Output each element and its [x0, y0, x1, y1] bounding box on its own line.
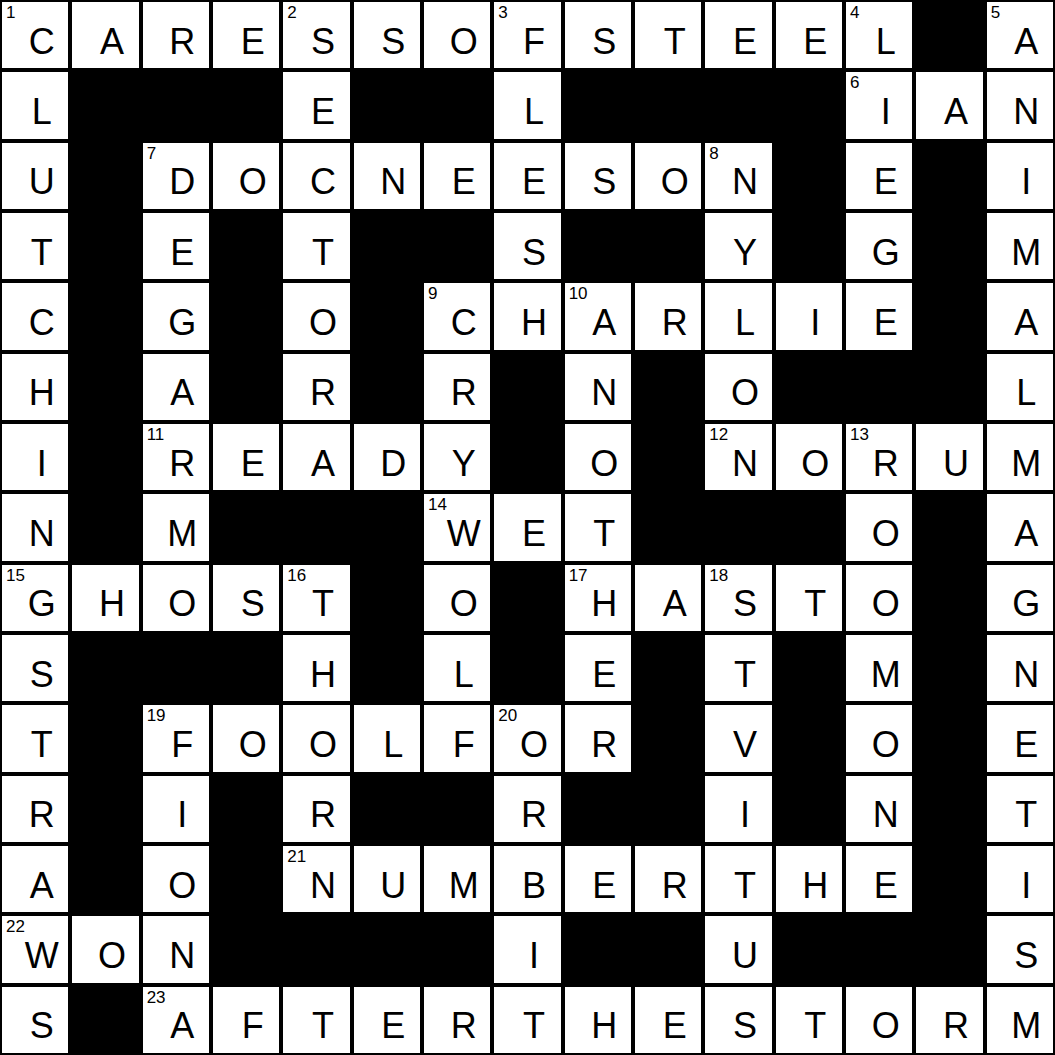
cell-letter: S: [283, 2, 349, 68]
cell-letter: U: [354, 846, 420, 912]
block-cell-r8c11: [703, 492, 773, 562]
cell-letter: E: [143, 213, 209, 279]
block-cell-r6c13: [844, 352, 914, 422]
cell-r1c15[interactable]: 5A: [985, 0, 1055, 70]
block-cell-r8c5: [281, 492, 351, 562]
cell-r11c4[interactable]: O: [211, 703, 281, 773]
cell-letter: H: [565, 565, 631, 631]
cell-r15c15[interactable]: M: [985, 985, 1055, 1055]
cell-letter: T: [635, 2, 701, 68]
block-cell-r14c13: [844, 914, 914, 984]
block-cell-r2c6: [352, 70, 422, 140]
cell-letter: N: [987, 635, 1053, 701]
block-cell-r2c12: [774, 70, 844, 140]
block-cell-r12c12: [774, 774, 844, 844]
cell-r14c8[interactable]: I: [492, 914, 562, 984]
cell-letter: I: [846, 72, 912, 138]
cell-r3c5[interactable]: C: [281, 141, 351, 211]
cell-r10c15[interactable]: N: [985, 633, 1055, 703]
cell-r7c1[interactable]: I: [0, 422, 70, 492]
cell-r5c10[interactable]: R: [633, 281, 703, 351]
block-cell-r7c10: [633, 422, 703, 492]
cell-r12c5[interactable]: R: [281, 774, 351, 844]
cell-r14c15[interactable]: S: [985, 914, 1055, 984]
cell-r8c13[interactable]: O: [844, 492, 914, 562]
block-cell-r11c14: [914, 703, 984, 773]
block-cell-r5c6: [352, 281, 422, 351]
cell-r1c9[interactable]: S: [563, 0, 633, 70]
cell-letter: S: [213, 565, 279, 631]
cell-letter: H: [494, 283, 560, 349]
cell-letter: M: [424, 846, 490, 912]
block-cell-r8c14: [914, 492, 984, 562]
cell-r4c5[interactable]: T: [281, 211, 351, 281]
cell-r8c7[interactable]: 14W: [422, 492, 492, 562]
cell-r5c1[interactable]: C: [0, 281, 70, 351]
cell-r1c12[interactable]: E: [774, 0, 844, 70]
block-cell-r4c9: [563, 211, 633, 281]
cell-r9c11[interactable]: 18S: [703, 563, 773, 633]
cell-r6c11[interactable]: O: [703, 352, 773, 422]
cell-r1c11[interactable]: E: [703, 0, 773, 70]
cell-r9c9[interactable]: 17H: [563, 563, 633, 633]
cell-letter: F: [424, 705, 490, 771]
cell-r15c1[interactable]: S: [0, 985, 70, 1055]
cell-r9c15[interactable]: G: [985, 563, 1055, 633]
cell-letter: A: [635, 565, 701, 631]
cell-letter: R: [143, 424, 209, 490]
cell-letter: T: [776, 565, 842, 631]
block-cell-r14c6: [352, 914, 422, 984]
cell-letter: F: [143, 705, 209, 771]
cell-letter: E: [846, 283, 912, 349]
cell-r14c11[interactable]: U: [703, 914, 773, 984]
cell-letter: E: [635, 987, 701, 1053]
cell-r11c3[interactable]: 19F: [141, 703, 211, 773]
cell-r15c7[interactable]: R: [422, 985, 492, 1055]
cell-letter: O: [846, 987, 912, 1053]
cell-letter: E: [354, 987, 420, 1053]
cell-r9c12[interactable]: T: [774, 563, 844, 633]
cell-r3c1[interactable]: U: [0, 141, 70, 211]
cell-r1c7[interactable]: O: [422, 0, 492, 70]
cell-r15c13[interactable]: O: [844, 985, 914, 1055]
cell-r9c3[interactable]: O: [141, 563, 211, 633]
block-cell-r10c14: [914, 633, 984, 703]
cell-letter: Y: [705, 213, 771, 279]
cell-letter: A: [565, 283, 631, 349]
block-cell-r11c12: [774, 703, 844, 773]
cell-r12c15[interactable]: T: [985, 774, 1055, 844]
cell-letter: M: [143, 494, 209, 560]
cell-letter: S: [2, 635, 68, 701]
cell-r13c8[interactable]: B: [492, 844, 562, 914]
cell-r8c3[interactable]: M: [141, 492, 211, 562]
cell-r5c3[interactable]: G: [141, 281, 211, 351]
cell-r1c13[interactable]: 4L: [844, 0, 914, 70]
block-cell-r14c10: [633, 914, 703, 984]
cell-r7c6[interactable]: D: [352, 422, 422, 492]
cell-r11c15[interactable]: E: [985, 703, 1055, 773]
block-cell-r13c14: [914, 844, 984, 914]
cell-r10c9[interactable]: E: [563, 633, 633, 703]
cell-letter: G: [143, 283, 209, 349]
block-cell-r7c8: [492, 422, 562, 492]
block-cell-r2c4: [211, 70, 281, 140]
cell-r15c11[interactable]: S: [703, 985, 773, 1055]
cell-r5c12[interactable]: I: [774, 281, 844, 351]
cell-r12c8[interactable]: R: [492, 774, 562, 844]
cell-r9c5[interactable]: 16T: [281, 563, 351, 633]
cell-r1c1[interactable]: 1C: [0, 0, 70, 70]
cell-r7c13[interactable]: 13R: [844, 422, 914, 492]
cell-r8c8[interactable]: E: [492, 492, 562, 562]
cell-r11c8[interactable]: 20O: [492, 703, 562, 773]
cell-r9c2[interactable]: H: [70, 563, 140, 633]
block-cell-r6c14: [914, 352, 984, 422]
cell-r15c10[interactable]: E: [633, 985, 703, 1055]
block-cell-r12c6: [352, 774, 422, 844]
cell-r15c12[interactable]: T: [774, 985, 844, 1055]
crossword-grid: 1CARE2SSO3FSTEE4L5ALEL6IANU7DOCNEESO8NEI…: [0, 0, 1055, 1055]
cell-r12c3[interactable]: I: [141, 774, 211, 844]
cell-r15c9[interactable]: H: [563, 985, 633, 1055]
cell-r2c14[interactable]: A: [914, 70, 984, 140]
cell-r3c8[interactable]: E: [492, 141, 562, 211]
cell-r15c4[interactable]: F: [211, 985, 281, 1055]
cell-letter: E: [424, 143, 490, 209]
cell-letter: C: [283, 143, 349, 209]
cell-r14c1[interactable]: 22W: [0, 914, 70, 984]
block-cell-r14c14: [914, 914, 984, 984]
cell-letter: A: [916, 72, 982, 138]
cell-r11c13[interactable]: O: [844, 703, 914, 773]
cell-letter: C: [424, 283, 490, 349]
cell-letter: S: [565, 143, 631, 209]
block-cell-r2c3: [141, 70, 211, 140]
block-cell-r4c10: [633, 211, 703, 281]
block-cell-r3c14: [914, 141, 984, 211]
cell-letter: U: [916, 424, 982, 490]
cell-r5c13[interactable]: E: [844, 281, 914, 351]
cell-r11c7[interactable]: F: [422, 703, 492, 773]
cell-r4c8[interactable]: S: [492, 211, 562, 281]
cell-r5c11[interactable]: L: [703, 281, 773, 351]
cell-letter: O: [635, 143, 701, 209]
block-cell-r2c11: [703, 70, 773, 140]
cell-r13c6[interactable]: U: [352, 844, 422, 914]
cell-letter: L: [705, 283, 771, 349]
cell-r9c10[interactable]: A: [633, 563, 703, 633]
cell-letter: R: [283, 354, 349, 420]
cell-letter: A: [2, 846, 68, 912]
cell-r6c1[interactable]: H: [0, 352, 70, 422]
cell-r13c13[interactable]: E: [844, 844, 914, 914]
cell-r13c3[interactable]: O: [141, 844, 211, 914]
cell-r7c3[interactable]: 11R: [141, 422, 211, 492]
block-cell-r3c12: [774, 141, 844, 211]
cell-letter: R: [635, 283, 701, 349]
cell-letter: E: [283, 72, 349, 138]
cell-r10c7[interactable]: L: [422, 633, 492, 703]
cell-r13c10[interactable]: R: [633, 844, 703, 914]
cell-letter: E: [494, 143, 560, 209]
cell-letter: E: [494, 494, 560, 560]
cell-r5c8[interactable]: H: [492, 281, 562, 351]
cell-letter: S: [705, 565, 771, 631]
cell-r4c13[interactable]: G: [844, 211, 914, 281]
cell-r14c3[interactable]: N: [141, 914, 211, 984]
cell-letter: O: [846, 494, 912, 560]
block-cell-r6c6: [352, 352, 422, 422]
cell-letter: H: [72, 565, 138, 631]
cell-r4c15[interactable]: M: [985, 211, 1055, 281]
block-cell-r15c2: [70, 985, 140, 1055]
block-cell-r10c8: [492, 633, 562, 703]
cell-r2c5[interactable]: E: [281, 70, 351, 140]
block-cell-r9c6: [352, 563, 422, 633]
cell-letter: L: [987, 354, 1053, 420]
block-cell-r14c4: [211, 914, 281, 984]
cell-r3c15[interactable]: I: [985, 141, 1055, 211]
cell-letter: T: [2, 705, 68, 771]
cell-r1c4[interactable]: E: [211, 0, 281, 70]
cell-r13c11[interactable]: T: [703, 844, 773, 914]
cell-letter: R: [846, 424, 912, 490]
cell-r3c4[interactable]: O: [211, 141, 281, 211]
block-cell-r7c2: [70, 422, 140, 492]
cell-r3c9[interactable]: S: [563, 141, 633, 211]
block-cell-r14c7: [422, 914, 492, 984]
cell-letter: N: [2, 494, 68, 560]
cell-letter: G: [987, 565, 1053, 631]
cell-r5c5[interactable]: O: [281, 281, 351, 351]
cell-r11c5[interactable]: O: [281, 703, 351, 773]
cell-r4c1[interactable]: T: [0, 211, 70, 281]
cell-letter: E: [846, 143, 912, 209]
cell-letter: O: [424, 565, 490, 631]
cell-letter: H: [2, 354, 68, 420]
cell-letter: R: [143, 2, 209, 68]
cell-r13c12[interactable]: H: [774, 844, 844, 914]
cell-letter: E: [565, 635, 631, 701]
cell-letter: F: [213, 987, 279, 1053]
cell-letter: R: [424, 987, 490, 1053]
cell-r4c3[interactable]: E: [141, 211, 211, 281]
cell-r2c1[interactable]: L: [0, 70, 70, 140]
cell-r11c6[interactable]: L: [352, 703, 422, 773]
cell-letter: E: [213, 424, 279, 490]
cell-r1c2[interactable]: A: [70, 0, 140, 70]
cell-r3c10[interactable]: O: [633, 141, 703, 211]
cell-letter: O: [283, 705, 349, 771]
cell-letter: R: [424, 354, 490, 420]
block-cell-r11c10: [633, 703, 703, 773]
cell-r14c2[interactable]: O: [70, 914, 140, 984]
cell-r1c5[interactable]: 2S: [281, 0, 351, 70]
cell-r15c6[interactable]: E: [352, 985, 422, 1055]
cell-r8c15[interactable]: A: [985, 492, 1055, 562]
block-cell-r13c4: [211, 844, 281, 914]
cell-letter: I: [987, 846, 1053, 912]
block-cell-r12c9: [563, 774, 633, 844]
cell-letter: C: [2, 283, 68, 349]
cell-r7c5[interactable]: A: [281, 422, 351, 492]
cell-letter: T: [776, 987, 842, 1053]
cell-r1c8[interactable]: 3F: [492, 0, 562, 70]
cell-r15c14[interactable]: R: [914, 985, 984, 1055]
cell-letter: M: [987, 987, 1053, 1053]
cell-r6c5[interactable]: R: [281, 352, 351, 422]
cell-r15c3[interactable]: 23A: [141, 985, 211, 1055]
cell-r13c9[interactable]: E: [563, 844, 633, 914]
cell-letter: T: [283, 987, 349, 1053]
cell-letter: O: [213, 705, 279, 771]
cell-r9c7[interactable]: O: [422, 563, 492, 633]
cell-r10c1[interactable]: S: [0, 633, 70, 703]
cell-r4c11[interactable]: Y: [703, 211, 773, 281]
cell-letter: R: [494, 776, 560, 842]
block-cell-r10c12: [774, 633, 844, 703]
cell-r6c3[interactable]: A: [141, 352, 211, 422]
cell-r9c1[interactable]: 15G: [0, 563, 70, 633]
cell-r3c3[interactable]: 7D: [141, 141, 211, 211]
cell-r8c1[interactable]: N: [0, 492, 70, 562]
cell-r3c13[interactable]: E: [844, 141, 914, 211]
cell-r9c13[interactable]: O: [844, 563, 914, 633]
cell-letter: L: [494, 72, 560, 138]
cell-letter: O: [283, 283, 349, 349]
cell-r15c5[interactable]: T: [281, 985, 351, 1055]
cell-r7c4[interactable]: E: [211, 422, 281, 492]
cell-r13c15[interactable]: I: [985, 844, 1055, 914]
cell-letter: M: [987, 424, 1053, 490]
block-cell-r8c6: [352, 492, 422, 562]
cell-letter: I: [987, 143, 1053, 209]
block-cell-r14c12: [774, 914, 844, 984]
block-cell-r13c2: [70, 844, 140, 914]
cell-letter: F: [494, 2, 560, 68]
block-cell-r2c9: [563, 70, 633, 140]
cell-letter: E: [776, 2, 842, 68]
cell-letter: Y: [424, 424, 490, 490]
block-cell-r4c6: [352, 211, 422, 281]
cell-letter: U: [2, 143, 68, 209]
cell-letter: L: [846, 2, 912, 68]
cell-letter: O: [72, 916, 138, 982]
cell-letter: N: [283, 846, 349, 912]
cell-letter: S: [987, 916, 1053, 982]
cell-r5c9[interactable]: 10A: [563, 281, 633, 351]
cell-r7c7[interactable]: Y: [422, 422, 492, 492]
cell-r10c11[interactable]: T: [703, 633, 773, 703]
cell-r9c4[interactable]: S: [211, 563, 281, 633]
cell-letter: S: [354, 2, 420, 68]
cell-letter: A: [143, 354, 209, 420]
cell-r1c6[interactable]: S: [352, 0, 422, 70]
cell-r2c8[interactable]: L: [492, 70, 562, 140]
cell-r7c11[interactable]: 12N: [703, 422, 773, 492]
cell-letter: A: [987, 2, 1053, 68]
cell-letter: H: [283, 635, 349, 701]
cell-letter: O: [424, 2, 490, 68]
cell-r10c5[interactable]: H: [281, 633, 351, 703]
block-cell-r3c2: [70, 141, 140, 211]
cell-letter: I: [494, 916, 560, 982]
block-cell-r10c6: [352, 633, 422, 703]
block-cell-r12c4: [211, 774, 281, 844]
cell-r15c8[interactable]: T: [492, 985, 562, 1055]
cell-r1c10[interactable]: T: [633, 0, 703, 70]
cell-letter: D: [354, 424, 420, 490]
cell-r8c9[interactable]: T: [563, 492, 633, 562]
cell-letter: H: [565, 987, 631, 1053]
cell-r11c9[interactable]: R: [563, 703, 633, 773]
cell-r2c13[interactable]: 6I: [844, 70, 914, 140]
cell-r11c11[interactable]: V: [703, 703, 773, 773]
cell-letter: W: [424, 494, 490, 560]
cell-r3c6[interactable]: N: [352, 141, 422, 211]
cell-r6c15[interactable]: L: [985, 352, 1055, 422]
cell-letter: I: [705, 776, 771, 842]
cell-r10c13[interactable]: M: [844, 633, 914, 703]
cell-r11c1[interactable]: T: [0, 703, 70, 773]
cell-r1c3[interactable]: R: [141, 0, 211, 70]
cell-r12c11[interactable]: I: [703, 774, 773, 844]
cell-r3c7[interactable]: E: [422, 141, 492, 211]
cell-r5c7[interactable]: 9C: [422, 281, 492, 351]
block-cell-r8c4: [211, 492, 281, 562]
cell-letter: N: [705, 424, 771, 490]
cell-letter: R: [283, 776, 349, 842]
cell-r7c9[interactable]: O: [563, 422, 633, 492]
cell-letter: I: [143, 776, 209, 842]
cell-r7c15[interactable]: M: [985, 422, 1055, 492]
block-cell-r8c10: [633, 492, 703, 562]
block-cell-r1c14: [914, 0, 984, 70]
block-cell-r10c2: [70, 633, 140, 703]
cell-letter: O: [846, 565, 912, 631]
cell-r12c1[interactable]: R: [0, 774, 70, 844]
cell-r12c13[interactable]: N: [844, 774, 914, 844]
cell-letter: R: [2, 776, 68, 842]
cell-r13c5[interactable]: 21N: [281, 844, 351, 914]
block-cell-r12c2: [70, 774, 140, 844]
cell-r6c9[interactable]: N: [563, 352, 633, 422]
block-cell-r4c2: [70, 211, 140, 281]
cell-letter: L: [424, 635, 490, 701]
block-cell-r4c7: [422, 211, 492, 281]
cell-r7c12[interactable]: O: [774, 422, 844, 492]
cell-r7c14[interactable]: U: [914, 422, 984, 492]
cell-r13c1[interactable]: A: [0, 844, 70, 914]
cell-r6c7[interactable]: R: [422, 352, 492, 422]
cell-letter: R: [916, 987, 982, 1053]
cell-r2c15[interactable]: N: [985, 70, 1055, 140]
block-cell-r5c14: [914, 281, 984, 351]
cell-letter: R: [565, 705, 631, 771]
cell-r13c7[interactable]: M: [422, 844, 492, 914]
block-cell-r6c4: [211, 352, 281, 422]
cell-letter: C: [2, 2, 68, 68]
cell-letter: N: [987, 72, 1053, 138]
cell-letter: N: [705, 143, 771, 209]
cell-letter: O: [565, 424, 631, 490]
cell-r5c15[interactable]: A: [985, 281, 1055, 351]
block-cell-r4c12: [774, 211, 844, 281]
block-cell-r4c14: [914, 211, 984, 281]
cell-r3c11[interactable]: 8N: [703, 141, 773, 211]
